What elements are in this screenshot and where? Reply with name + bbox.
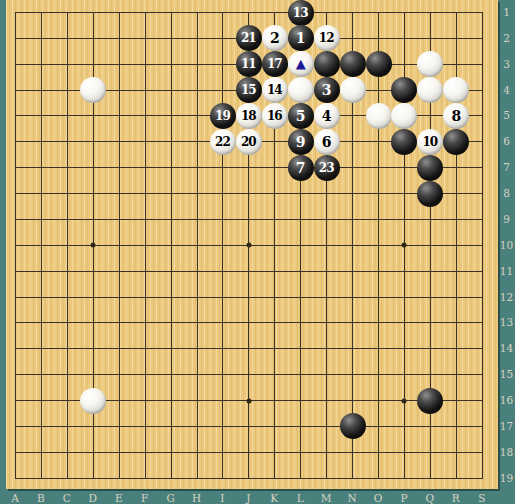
coordinate-label-row: 17 (498, 421, 515, 432)
move-number-label: 4 (322, 109, 332, 123)
move-number-label: 20 (241, 136, 256, 148)
coordinate-label-column: L (297, 493, 304, 504)
coordinate-label-row: 8 (498, 188, 515, 199)
coordinate-label-row: 14 (498, 343, 515, 354)
move-number-label: 17 (267, 58, 282, 70)
move-number-label: 21 (241, 32, 256, 44)
coordinate-label-column: C (63, 493, 71, 504)
grid-line-vertical (378, 12, 379, 479)
black-stone-P6[interactable] (391, 129, 417, 155)
grid-line-vertical (482, 12, 483, 479)
black-stone-M3[interactable] (314, 51, 340, 77)
white-stone-M6[interactable]: 6 (314, 129, 340, 155)
black-stone-L1[interactable]: 13 (288, 0, 314, 26)
coordinate-label-column: H (192, 493, 201, 504)
coordinate-label-column: N (347, 493, 356, 504)
move-number-label: 13 (293, 7, 308, 19)
coordinate-label-row: 19 (498, 472, 515, 483)
move-number-label: 15 (241, 84, 256, 96)
coordinate-label-column: B (37, 493, 45, 504)
coordinate-label-column: A (11, 493, 19, 504)
coordinate-label-column: S (478, 493, 485, 504)
coordinate-label-row: 13 (498, 317, 515, 328)
black-stone-K3[interactable]: 17 (262, 51, 288, 77)
white-stone-R4[interactable] (443, 77, 469, 103)
black-stone-I5[interactable]: 19 (210, 103, 236, 129)
white-stone-K2[interactable]: 2 (262, 25, 288, 51)
move-number-label: 16 (267, 110, 282, 122)
white-stone-N4[interactable] (340, 77, 366, 103)
grid-line-horizontal (15, 426, 483, 427)
move-number-label: 1 (296, 31, 306, 45)
black-stone-R6[interactable] (443, 129, 469, 155)
move-number-label: 12 (319, 32, 334, 44)
black-stone-P4[interactable] (391, 77, 417, 103)
white-stone-Q6[interactable]: 10 (417, 129, 443, 155)
move-number-label: 9 (296, 135, 306, 149)
go-board[interactable]: 132121121117▲1514319181654822209610723 (6, 0, 498, 489)
white-stone-Q3[interactable] (417, 51, 443, 77)
white-stone-L3[interactable]: ▲ (288, 51, 314, 77)
grid-line-horizontal (15, 478, 483, 479)
triangle-marker-icon: ▲ (296, 57, 306, 70)
grid-line-horizontal (15, 297, 483, 298)
white-stone-D16[interactable] (80, 388, 106, 414)
coordinate-label-column: G (166, 493, 174, 504)
black-stone-N17[interactable] (340, 413, 366, 439)
white-stone-M2[interactable]: 12 (314, 25, 340, 51)
coordinate-label-row: 18 (498, 447, 515, 458)
column-labels: ABCDEFGHIJKLMNOPQRS (0, 489, 515, 504)
white-stone-L4[interactable] (288, 77, 314, 103)
move-number-label: 23 (319, 162, 334, 174)
white-stone-Q4[interactable] (417, 77, 443, 103)
move-number-label: 6 (322, 135, 332, 149)
black-stone-N3[interactable] (340, 51, 366, 77)
black-stone-L2[interactable]: 1 (288, 25, 314, 51)
move-number-label: 10 (423, 136, 438, 148)
coordinate-label-column: I (220, 493, 224, 504)
white-stone-K5[interactable]: 16 (262, 103, 288, 129)
star-point (246, 398, 251, 403)
go-diagram-page: { "game": "Go (weiqi/baduk) 19x19 joseki… (0, 0, 515, 504)
coordinate-label-column: P (400, 493, 407, 504)
grid-line-horizontal (15, 452, 483, 453)
coordinate-label-column: R (452, 493, 460, 504)
coordinate-label-column: D (89, 493, 97, 504)
coordinate-label-column: K (270, 493, 278, 504)
coordinate-label-row: 6 (498, 136, 515, 147)
black-stone-L6[interactable]: 9 (288, 129, 314, 155)
white-stone-D4[interactable] (80, 77, 106, 103)
black-stone-O3[interactable] (366, 51, 392, 77)
star-point (246, 243, 251, 248)
coordinate-label-row: 12 (498, 291, 515, 302)
star-point (91, 243, 96, 248)
black-stone-M7[interactable]: 23 (314, 155, 340, 181)
coordinate-label-row: 5 (498, 110, 515, 121)
coordinate-label-column: Q (426, 493, 435, 504)
coordinate-label-row: 2 (498, 33, 515, 44)
star-point (402, 398, 407, 403)
white-stone-J6[interactable]: 20 (236, 129, 262, 155)
move-number-label: 22 (215, 136, 230, 148)
black-stone-L5[interactable]: 5 (288, 103, 314, 129)
white-stone-R5[interactable]: 8 (443, 103, 469, 129)
coordinate-label-column: E (115, 493, 123, 504)
move-number-label: 14 (267, 84, 282, 96)
white-stone-I6[interactable]: 22 (210, 129, 236, 155)
coordinate-label-row: 10 (498, 240, 515, 251)
move-number-label: 5 (296, 109, 306, 123)
move-number-label: 3 (322, 83, 332, 97)
white-stone-J5[interactable]: 18 (236, 103, 262, 129)
move-number-label: 18 (241, 110, 256, 122)
coordinate-label-row: 11 (498, 265, 515, 276)
grid-line-horizontal (15, 348, 483, 349)
move-number-label: 2 (270, 31, 280, 45)
move-number-label: 19 (215, 110, 230, 122)
black-stone-J4[interactable]: 15 (236, 77, 262, 103)
coordinate-label-row: 9 (498, 214, 515, 225)
black-stone-J2[interactable]: 21 (236, 25, 262, 51)
coordinate-label-row: 15 (498, 369, 515, 380)
move-number-label: 11 (241, 58, 256, 70)
star-point (402, 243, 407, 248)
grid-line-horizontal (15, 374, 483, 375)
coordinate-label-column: O (374, 493, 383, 504)
coordinate-label-row: 3 (498, 58, 515, 69)
black-stone-Q16[interactable] (417, 388, 443, 414)
black-stone-J3[interactable]: 11 (236, 51, 262, 77)
white-stone-K4[interactable]: 14 (262, 77, 288, 103)
coordinate-label-row: 1 (498, 7, 515, 18)
white-stone-P5[interactable] (391, 103, 417, 129)
black-stone-L7[interactable]: 7 (288, 155, 314, 181)
coordinate-label-row: 16 (498, 395, 515, 406)
grid-line-horizontal (15, 322, 483, 323)
coordinate-label-column: F (141, 493, 148, 504)
white-stone-O5[interactable] (366, 103, 392, 129)
grid-line-horizontal (15, 271, 483, 272)
black-stone-Q8[interactable] (417, 181, 443, 207)
coordinate-label-column: M (321, 493, 332, 504)
black-stone-M4[interactable]: 3 (314, 77, 340, 103)
row-labels: 12345678910111213141516171819 (498, 0, 515, 489)
move-number-label: 8 (451, 109, 461, 123)
move-number-label: 7 (296, 161, 306, 175)
white-stone-M5[interactable]: 4 (314, 103, 340, 129)
coordinate-label-column: J (246, 493, 250, 504)
coordinate-label-row: 7 (498, 162, 515, 173)
black-stone-Q7[interactable] (417, 155, 443, 181)
coordinate-label-row: 4 (498, 84, 515, 95)
